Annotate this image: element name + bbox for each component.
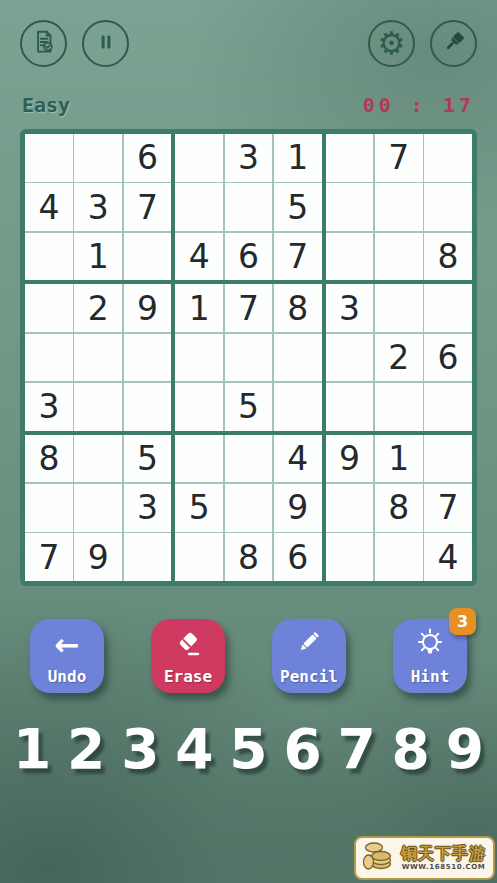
numpad-key-8[interactable]: 8 bbox=[392, 719, 430, 780]
cell-r2c4[interactable] bbox=[175, 183, 223, 231]
cell-r2c3[interactable]: 7 bbox=[124, 183, 172, 231]
cell-r6c7[interactable] bbox=[326, 383, 374, 431]
cell-r4c8[interactable] bbox=[375, 284, 423, 332]
cell-r3c1[interactable] bbox=[25, 233, 73, 281]
watermark-text: 铜天下手游 WWW.168510.COM bbox=[401, 845, 486, 871]
cell-r8c9[interactable]: 7 bbox=[424, 484, 472, 532]
cell-r8c7[interactable] bbox=[326, 484, 374, 532]
undo-button[interactable]: ← Undo bbox=[30, 619, 104, 693]
cell-r4c1[interactable] bbox=[25, 284, 73, 332]
box-6: 326 bbox=[326, 284, 472, 430]
cell-r3c6[interactable]: 7 bbox=[274, 233, 322, 281]
cell-r7c5[interactable] bbox=[225, 435, 273, 483]
game-timer: 00 : 17 bbox=[363, 93, 475, 117]
cell-r6c3[interactable] bbox=[124, 383, 172, 431]
cell-r2c6[interactable]: 5 bbox=[274, 183, 322, 231]
cell-r5c4[interactable] bbox=[175, 334, 223, 382]
cell-r5c7[interactable] bbox=[326, 334, 374, 382]
pencil-label: Pencil bbox=[280, 667, 338, 686]
cell-r8c8[interactable]: 8 bbox=[375, 484, 423, 532]
cell-r7c1[interactable]: 8 bbox=[25, 435, 73, 483]
theme-button[interactable] bbox=[430, 20, 477, 67]
box-2: 315467 bbox=[175, 134, 321, 280]
coins-icon bbox=[360, 840, 396, 876]
cell-r1c8[interactable]: 7 bbox=[375, 134, 423, 182]
cell-r9c7[interactable] bbox=[326, 533, 374, 581]
hint-label: Hint bbox=[411, 667, 450, 686]
undo-label: Undo bbox=[48, 667, 87, 686]
top-left-icon-group bbox=[20, 20, 129, 67]
box-8: 45986 bbox=[175, 435, 321, 581]
numpad-key-3[interactable]: 3 bbox=[121, 719, 159, 780]
cell-r1c5[interactable]: 3 bbox=[225, 134, 273, 182]
cell-r4c4[interactable]: 1 bbox=[175, 284, 223, 332]
sudoku-board: 64371315467782931785326853794598691874 bbox=[20, 129, 477, 586]
watermark-title: 铜天下手游 bbox=[401, 845, 486, 863]
cell-r3c5[interactable]: 6 bbox=[225, 233, 273, 281]
cell-r7c8[interactable]: 1 bbox=[375, 435, 423, 483]
numpad-key-1[interactable]: 1 bbox=[13, 719, 51, 780]
number-pad: 123456789 bbox=[0, 719, 497, 780]
top-bar: ⚙ bbox=[0, 0, 497, 67]
box-5: 1785 bbox=[175, 284, 321, 430]
cell-r3c9[interactable]: 8 bbox=[424, 233, 472, 281]
cell-r9c6[interactable]: 6 bbox=[274, 533, 322, 581]
numpad-key-4[interactable]: 4 bbox=[175, 719, 213, 780]
cell-r8c1[interactable] bbox=[25, 484, 73, 532]
cell-r5c8[interactable]: 2 bbox=[375, 334, 423, 382]
cell-r2c2[interactable]: 3 bbox=[74, 183, 122, 231]
cell-r2c5[interactable] bbox=[225, 183, 273, 231]
difficulty-label: Easy bbox=[22, 93, 70, 117]
cell-r4c6[interactable]: 8 bbox=[274, 284, 322, 332]
score-sheet-icon bbox=[30, 28, 58, 60]
cell-r1c7[interactable] bbox=[326, 134, 374, 182]
box-4: 293 bbox=[25, 284, 171, 430]
cell-r6c4[interactable] bbox=[175, 383, 223, 431]
box-1: 64371 bbox=[25, 134, 171, 280]
cell-r3c3[interactable] bbox=[124, 233, 172, 281]
cell-r6c1[interactable]: 3 bbox=[25, 383, 73, 431]
cell-r9c3[interactable] bbox=[124, 533, 172, 581]
erase-label: Erase bbox=[164, 667, 212, 686]
cell-r7c3[interactable]: 5 bbox=[124, 435, 172, 483]
score-sheet-button[interactable] bbox=[20, 20, 67, 67]
cell-r7c7[interactable]: 9 bbox=[326, 435, 374, 483]
settings-button[interactable]: ⚙ bbox=[368, 20, 415, 67]
cell-r6c8[interactable] bbox=[375, 383, 423, 431]
cell-r2c8[interactable] bbox=[375, 183, 423, 231]
cell-r8c4[interactable]: 5 bbox=[175, 484, 223, 532]
pause-icon bbox=[93, 29, 119, 59]
cell-r6c5[interactable]: 5 bbox=[225, 383, 273, 431]
pencil-button[interactable]: Pencil bbox=[272, 619, 346, 693]
numpad-key-2[interactable]: 2 bbox=[67, 719, 105, 780]
cell-r2c1[interactable]: 4 bbox=[25, 183, 73, 231]
cell-r4c2[interactable]: 2 bbox=[74, 284, 122, 332]
cell-r3c4[interactable]: 4 bbox=[175, 233, 223, 281]
cell-r1c9[interactable] bbox=[424, 134, 472, 182]
cell-r6c9[interactable] bbox=[424, 383, 472, 431]
box-3: 78 bbox=[326, 134, 472, 280]
cell-r1c1[interactable] bbox=[25, 134, 73, 182]
numpad-key-5[interactable]: 5 bbox=[229, 719, 267, 780]
light-bulb-icon bbox=[393, 627, 467, 663]
cell-r9c4[interactable] bbox=[175, 533, 223, 581]
cell-r3c2[interactable]: 1 bbox=[74, 233, 122, 281]
cell-r6c2[interactable] bbox=[74, 383, 122, 431]
undo-arrow-icon: ← bbox=[30, 627, 104, 663]
settings-gear-icon: ⚙ bbox=[378, 28, 406, 59]
cell-r8c2[interactable] bbox=[74, 484, 122, 532]
cell-r5c2[interactable] bbox=[74, 334, 122, 382]
cell-r8c6[interactable]: 9 bbox=[274, 484, 322, 532]
cell-r9c1[interactable]: 7 bbox=[25, 533, 73, 581]
cell-r9c2[interactable]: 9 bbox=[74, 533, 122, 581]
numpad-key-9[interactable]: 9 bbox=[446, 719, 484, 780]
numpad-key-7[interactable]: 7 bbox=[337, 719, 375, 780]
cell-r5c6[interactable] bbox=[274, 334, 322, 382]
cell-r4c3[interactable]: 9 bbox=[124, 284, 172, 332]
erase-button[interactable]: Erase bbox=[151, 619, 225, 693]
cell-r8c3[interactable]: 3 bbox=[124, 484, 172, 532]
eraser-icon bbox=[151, 627, 225, 661]
cell-r8c5[interactable] bbox=[225, 484, 273, 532]
pause-button[interactable] bbox=[82, 20, 129, 67]
cell-r5c3[interactable] bbox=[124, 334, 172, 382]
cell-r1c3[interactable]: 6 bbox=[124, 134, 172, 182]
watermark-url: WWW.168510.COM bbox=[402, 863, 486, 871]
cell-r7c6[interactable]: 4 bbox=[274, 435, 322, 483]
cell-r1c6[interactable]: 1 bbox=[274, 134, 322, 182]
cell-r4c9[interactable] bbox=[424, 284, 472, 332]
cell-r7c9[interactable] bbox=[424, 435, 472, 483]
cell-r1c4[interactable] bbox=[175, 134, 223, 182]
numpad-key-6[interactable]: 6 bbox=[283, 719, 321, 780]
watermark: 铜天下手游 WWW.168510.COM bbox=[354, 836, 495, 880]
cell-r9c8[interactable] bbox=[375, 533, 423, 581]
toolbar: ← Undo Erase Pencil bbox=[0, 619, 497, 693]
box-9: 91874 bbox=[326, 435, 472, 581]
cell-r3c8[interactable] bbox=[375, 233, 423, 281]
cell-r2c7[interactable] bbox=[326, 183, 374, 231]
cell-r4c7[interactable]: 3 bbox=[326, 284, 374, 332]
cell-r1c2[interactable] bbox=[74, 134, 122, 182]
cell-r7c2[interactable] bbox=[74, 435, 122, 483]
cell-r7c4[interactable] bbox=[175, 435, 223, 483]
paint-brush-icon bbox=[440, 28, 468, 60]
cell-r4c5[interactable]: 7 bbox=[225, 284, 273, 332]
cell-r9c9[interactable]: 4 bbox=[424, 533, 472, 581]
cell-r2c9[interactable] bbox=[424, 183, 472, 231]
cell-r5c5[interactable] bbox=[225, 334, 273, 382]
top-right-icon-group: ⚙ bbox=[368, 20, 477, 67]
status-bar: Easy 00 : 17 bbox=[0, 93, 497, 117]
cell-r9c5[interactable]: 8 bbox=[225, 533, 273, 581]
cell-r3c7[interactable] bbox=[326, 233, 374, 281]
cell-r5c9[interactable]: 6 bbox=[424, 334, 472, 382]
cell-r5c1[interactable] bbox=[25, 334, 73, 382]
box-7: 85379 bbox=[25, 435, 171, 581]
pencil-icon bbox=[272, 627, 346, 661]
hint-button[interactable]: 3 Hint bbox=[393, 619, 467, 693]
cell-r6c6[interactable] bbox=[274, 383, 322, 431]
